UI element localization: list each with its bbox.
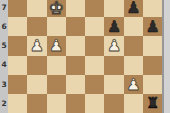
square-b6[interactable] xyxy=(27,17,46,36)
white-pawn-icon: ♟ xyxy=(104,36,123,55)
rank-label-2: 2 xyxy=(0,94,8,113)
square-e7[interactable] xyxy=(85,0,104,17)
square-d7[interactable] xyxy=(66,0,85,17)
square-f2[interactable] xyxy=(104,94,123,113)
square-d6[interactable] xyxy=(66,17,85,36)
square-h7[interactable] xyxy=(143,0,162,17)
square-b2[interactable] xyxy=(27,94,46,113)
square-g4[interactable] xyxy=(124,56,143,75)
black-pawn-icon: ♟ xyxy=(143,17,162,36)
white-pawn-icon: ♟ xyxy=(124,75,143,94)
white-king-icon: ♚ xyxy=(47,0,66,17)
rank-label-strip: 765432 xyxy=(0,0,8,113)
black-rook-icon: ♜ xyxy=(143,94,162,113)
square-c7[interactable]: ♚ xyxy=(47,0,66,17)
square-g5[interactable] xyxy=(124,36,143,55)
rank-label-3: 3 xyxy=(0,75,8,94)
square-d4[interactable] xyxy=(66,56,85,75)
square-h2[interactable]: ♜ xyxy=(143,94,162,113)
square-e3[interactable] xyxy=(85,75,104,94)
square-f5[interactable]: ♟ xyxy=(104,36,123,55)
square-a2[interactable] xyxy=(8,94,27,113)
square-a7[interactable] xyxy=(8,0,27,17)
square-g3[interactable]: ♟ xyxy=(124,75,143,94)
square-f3[interactable] xyxy=(104,75,123,94)
square-d5[interactable] xyxy=(66,36,85,55)
black-pawn-icon: ♟ xyxy=(104,17,123,36)
rank-label-6: 6 xyxy=(0,17,8,36)
black-pawn-icon: ♟ xyxy=(124,0,143,17)
white-pawn-icon: ♟ xyxy=(47,36,66,55)
square-h5[interactable] xyxy=(143,36,162,55)
square-d2[interactable] xyxy=(66,94,85,113)
rank-label-7: 7 xyxy=(0,0,8,17)
square-c2[interactable] xyxy=(47,94,66,113)
chess-board: ♚♟♟♟♟♟♟♟♜ xyxy=(8,0,162,113)
square-b4[interactable] xyxy=(27,56,46,75)
square-b7[interactable] xyxy=(27,0,46,17)
square-g2[interactable] xyxy=(124,94,143,113)
square-b5[interactable]: ♟ xyxy=(27,36,46,55)
square-f4[interactable] xyxy=(104,56,123,75)
square-e2[interactable] xyxy=(85,94,104,113)
square-a5[interactable] xyxy=(8,36,27,55)
square-h4[interactable] xyxy=(143,56,162,75)
square-h3[interactable] xyxy=(143,75,162,94)
square-a4[interactable] xyxy=(8,56,27,75)
square-b3[interactable] xyxy=(27,75,46,94)
square-e4[interactable] xyxy=(85,56,104,75)
square-c3[interactable] xyxy=(47,75,66,94)
square-c5[interactable]: ♟ xyxy=(47,36,66,55)
square-c4[interactable] xyxy=(47,56,66,75)
square-a6[interactable] xyxy=(8,17,27,36)
square-d3[interactable] xyxy=(66,75,85,94)
chess-diagram: 765432 ♚♟♟♟♟♟♟♟♜ xyxy=(0,0,170,113)
square-e6[interactable] xyxy=(85,17,104,36)
square-h6[interactable]: ♟ xyxy=(143,17,162,36)
white-pawn-icon: ♟ xyxy=(27,36,46,55)
rank-label-4: 4 xyxy=(0,56,8,75)
square-e5[interactable] xyxy=(85,36,104,55)
square-f6[interactable]: ♟ xyxy=(104,17,123,36)
board-frame-right xyxy=(162,0,170,113)
square-f7[interactable] xyxy=(104,0,123,17)
rank-label-5: 5 xyxy=(0,36,8,55)
square-c6[interactable] xyxy=(47,17,66,36)
square-g7[interactable]: ♟ xyxy=(124,0,143,17)
square-g6[interactable] xyxy=(124,17,143,36)
square-a3[interactable] xyxy=(8,75,27,94)
